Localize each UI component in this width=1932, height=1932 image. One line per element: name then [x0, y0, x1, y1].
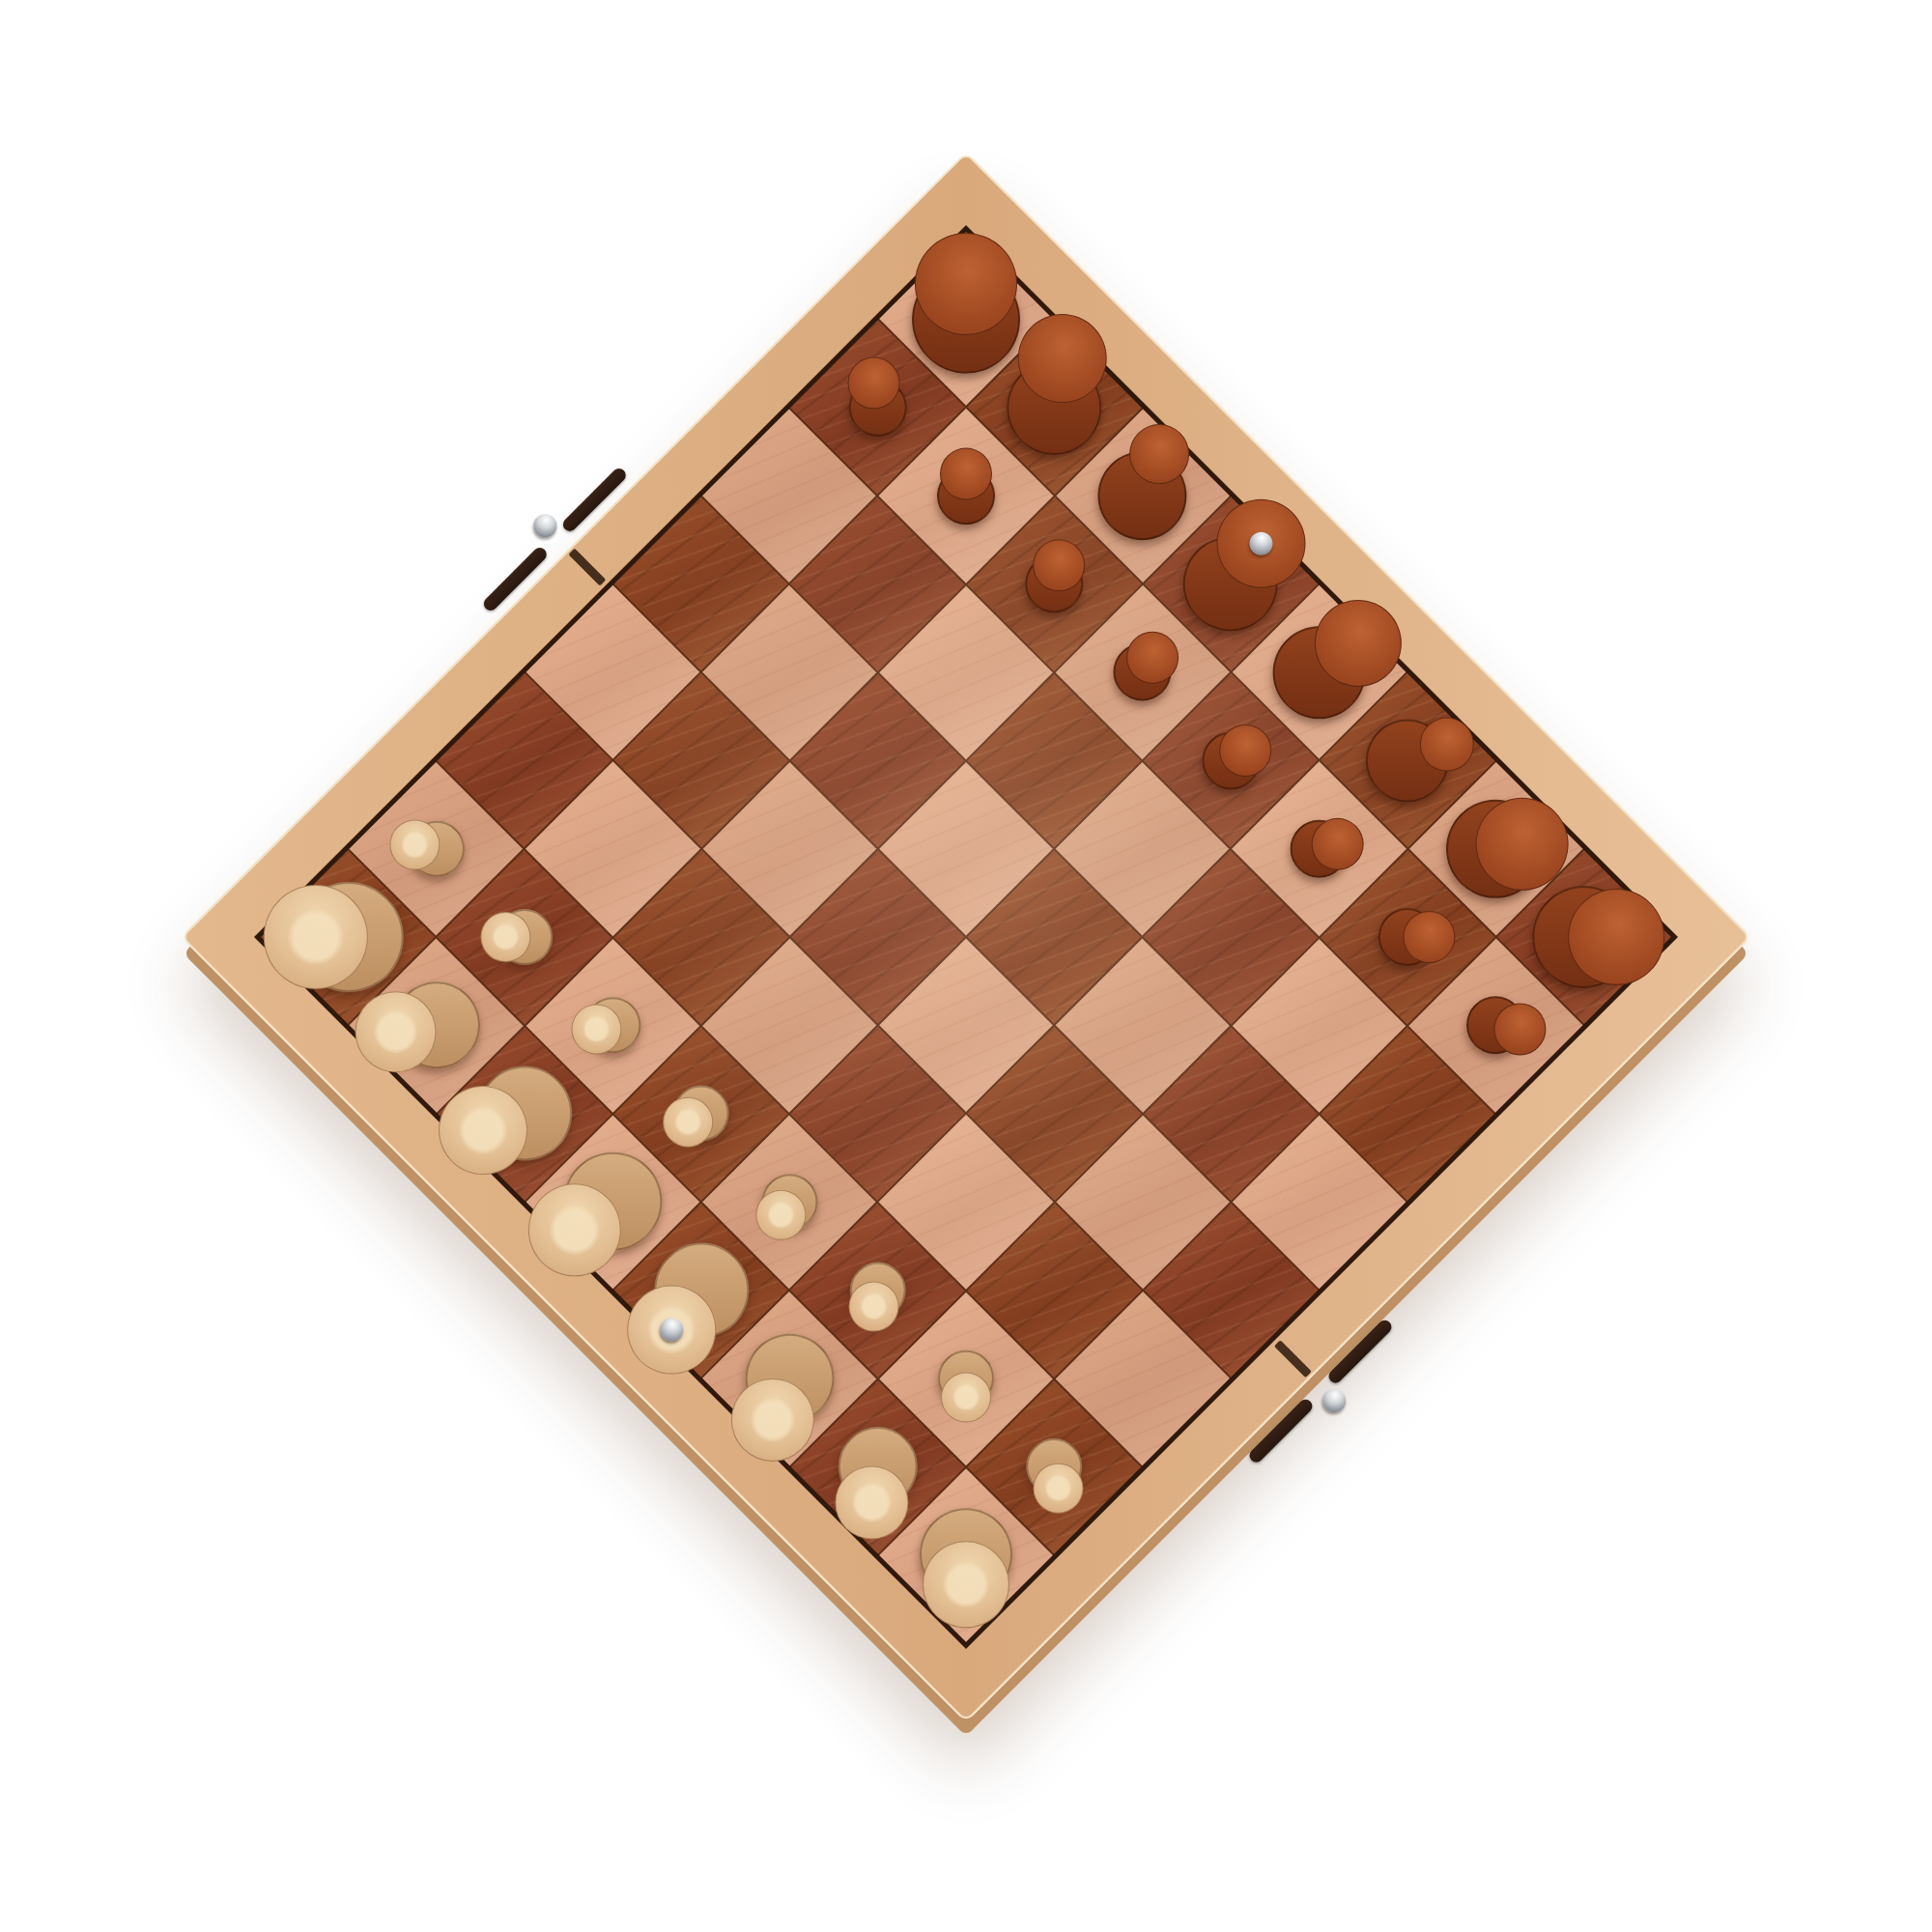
clasp-metal-knob-icon [528, 509, 561, 542]
clasp-metal-knob-icon [1318, 1384, 1350, 1417]
product-photo [0, 0, 1932, 1932]
chess-board [181, 152, 1751, 1722]
board-playing-field [254, 225, 1678, 1649]
